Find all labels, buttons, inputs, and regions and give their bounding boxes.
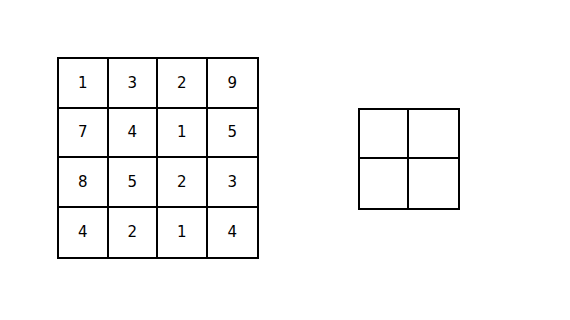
answer-cell-r1c0[interactable] [360,159,409,208]
given-cell-r2c3: 3 [208,158,258,208]
given-cell-r0c2: 2 [158,59,208,109]
given-cell-r3c0: 4 [59,208,109,258]
answer-cell-r1c1[interactable] [409,159,458,208]
given-cell-r0c3: 9 [208,59,258,109]
given-cell-r2c0: 8 [59,158,109,208]
answer-grid [358,108,460,210]
given-cell-r3c3: 4 [208,208,258,258]
given-cell-r1c2: 1 [158,109,208,159]
given-cell-r2c2: 2 [158,158,208,208]
given-cell-r0c0: 1 [59,59,109,109]
puzzle-canvas: 1 3 2 9 7 4 1 5 8 5 2 3 4 2 1 4 [0,0,570,320]
given-grid: 1 3 2 9 7 4 1 5 8 5 2 3 4 2 1 4 [57,57,259,259]
given-cell-r1c1: 4 [109,109,159,159]
given-cell-r3c2: 1 [158,208,208,258]
given-cell-r0c1: 3 [109,59,159,109]
given-cell-r1c3: 5 [208,109,258,159]
answer-cell-r0c1[interactable] [409,110,458,159]
answer-cell-r0c0[interactable] [360,110,409,159]
given-cell-r3c1: 2 [109,208,159,258]
given-cell-r1c0: 7 [59,109,109,159]
given-cell-r2c1: 5 [109,158,159,208]
